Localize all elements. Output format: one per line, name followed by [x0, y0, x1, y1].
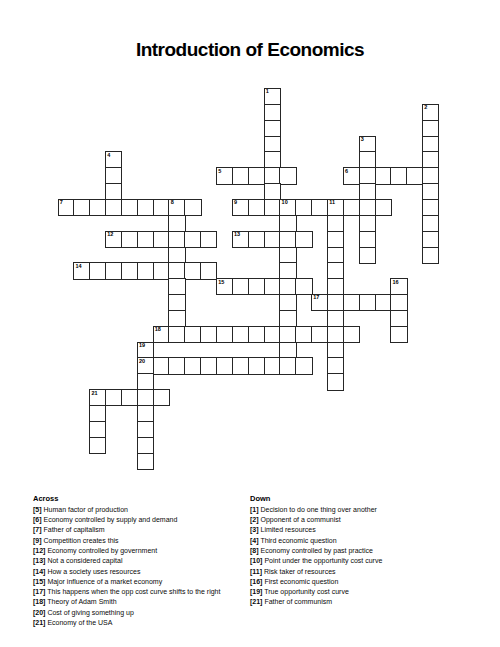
clue-item-across-13: [13] Not a considered capital: [33, 556, 220, 566]
clue-item-down-10: [10] Point under the opportunity cost cu…: [250, 556, 382, 566]
crossword-cell[interactable]: 16: [390, 278, 407, 295]
clue-item-down-2: [2] Opponent of a communist: [250, 515, 382, 525]
crossword-cell[interactable]: [422, 136, 439, 153]
crossword-cell[interactable]: 9: [232, 199, 249, 216]
clue-number: [16]: [250, 578, 262, 585]
crossword-cell[interactable]: [153, 357, 170, 374]
clue-item-across-21: [21] Economy of the USA: [33, 618, 220, 628]
clue-number: [3]: [250, 526, 259, 533]
crossword-cell[interactable]: [168, 310, 185, 327]
crossword-cell[interactable]: [184, 231, 201, 248]
crossword-cell[interactable]: 2: [422, 104, 439, 121]
clue-number: [21]: [250, 598, 262, 605]
crossword-cell[interactable]: [359, 167, 376, 184]
clue-number: [19]: [250, 588, 262, 595]
cell-number: 5: [218, 169, 221, 175]
clue-number: [9]: [33, 537, 42, 544]
crossword-cell[interactable]: [422, 120, 439, 137]
crossword-cell[interactable]: [248, 167, 265, 184]
crossword-cell[interactable]: [232, 357, 249, 374]
cell-number: 15: [218, 280, 224, 286]
crossword-cell[interactable]: [422, 167, 439, 184]
crossword-cell[interactable]: [200, 262, 217, 279]
clues-across-section: Across [5] Human factor of production[6]…: [33, 494, 220, 628]
down-clue-list: [1] Decision to do one thing over anothe…: [250, 505, 382, 608]
crossword-cell[interactable]: [168, 231, 185, 248]
clue-item-down-19: [19] True opportunity cost curve: [250, 587, 382, 597]
crossword-cell[interactable]: [279, 326, 296, 343]
crossword-cell[interactable]: [105, 199, 122, 216]
cell-number: 16: [393, 280, 399, 286]
crossword-cell[interactable]: [359, 215, 376, 232]
crossword-cell[interactable]: [279, 231, 296, 248]
across-header: Across: [33, 494, 220, 504]
crossword-cell[interactable]: [295, 357, 312, 374]
crossword-cell[interactable]: [137, 262, 154, 279]
cell-number: 9: [234, 200, 237, 206]
crossword-cell[interactable]: [105, 183, 122, 200]
crossword-cell[interactable]: [327, 294, 344, 311]
cell-number: 6: [345, 169, 348, 175]
crossword-cell[interactable]: [89, 421, 106, 438]
crossword-cell[interactable]: [422, 183, 439, 200]
crossword-cell[interactable]: [327, 215, 344, 232]
crossword-cell[interactable]: [264, 104, 281, 121]
crossword-cell[interactable]: 12: [105, 231, 122, 248]
crossword-cell[interactable]: [279, 294, 296, 311]
clue-item-across-6: [6] Economy controlled by supply and dem…: [33, 515, 220, 525]
crossword-cell[interactable]: [375, 167, 392, 184]
crossword-cell[interactable]: [264, 183, 281, 200]
cell-number: 7: [60, 200, 63, 206]
clue-number: [21]: [33, 619, 45, 626]
clues-down-section: Down [1] Decision to do one thing over a…: [250, 494, 382, 608]
crossword-cell[interactable]: [327, 342, 344, 359]
crossword-cell[interactable]: [359, 183, 376, 200]
crossword-cell[interactable]: [327, 373, 344, 390]
crossword-cell[interactable]: [375, 294, 392, 311]
clue-item-across-12: [12] Economy controlled by government: [33, 546, 220, 556]
crossword-cell[interactable]: [390, 326, 407, 343]
crossword-cell[interactable]: [311, 199, 328, 216]
clue-number: [10]: [250, 557, 262, 564]
clue-number: [15]: [33, 578, 45, 585]
crossword-cell[interactable]: [200, 357, 217, 374]
across-clue-list: [5] Human factor of production[6] Econom…: [33, 505, 220, 629]
crossword-cell[interactable]: [375, 199, 392, 216]
crossword-cell[interactable]: 8: [168, 199, 185, 216]
crossword-cell[interactable]: [279, 262, 296, 279]
cell-number: 20: [139, 359, 145, 365]
crossword-cell[interactable]: [422, 199, 439, 216]
cell-number: 2: [424, 105, 427, 111]
crossword-cell[interactable]: [121, 199, 138, 216]
cell-number: 19: [139, 343, 145, 349]
crossword-cell[interactable]: [295, 231, 312, 248]
crossword-cell[interactable]: [359, 294, 376, 311]
crossword-cell[interactable]: [168, 262, 185, 279]
clue-number: [4]: [250, 537, 259, 544]
crossword-cell[interactable]: [295, 199, 312, 216]
crossword-cell[interactable]: [248, 278, 265, 295]
clue-item-down-21: [21] Father of communism: [250, 597, 382, 607]
clue-item-across-20: [20] Cost of giving something up: [33, 608, 220, 618]
crossword-cell[interactable]: [390, 167, 407, 184]
crossword-cell[interactable]: [89, 437, 106, 454]
crossword-cell[interactable]: [327, 247, 344, 264]
crossword-cell[interactable]: 13: [232, 231, 249, 248]
crossword-cell[interactable]: [105, 389, 122, 406]
clue-number: [1]: [250, 506, 259, 513]
crossword-cell[interactable]: [359, 151, 376, 168]
crossword-cell[interactable]: [295, 326, 312, 343]
clue-number: [7]: [33, 526, 42, 533]
crossword-cell[interactable]: [184, 199, 201, 216]
crossword-cell[interactable]: [264, 357, 281, 374]
page-title: Introduction of Economics: [0, 40, 500, 59]
clue-item-across-5: [5] Human factor of production: [33, 505, 220, 515]
crossword-cell[interactable]: [327, 326, 344, 343]
crossword-cell[interactable]: [343, 326, 360, 343]
crossword-cell[interactable]: [422, 231, 439, 248]
cell-number: 3: [361, 137, 364, 143]
crossword-cell[interactable]: [264, 120, 281, 137]
crossword-cell[interactable]: [168, 357, 185, 374]
clue-item-across-18: [18] Theory of Adam Smith: [33, 597, 220, 607]
cell-number: 13: [234, 232, 240, 238]
crossword-cell[interactable]: [216, 326, 233, 343]
crossword-cell[interactable]: [137, 373, 154, 390]
clue-item-down-8: [8] Economy controlled by past practice: [250, 546, 382, 556]
crossword-cell[interactable]: [248, 231, 265, 248]
crossword-cell[interactable]: [153, 389, 170, 406]
crossword-cell[interactable]: [359, 231, 376, 248]
clue-item-across-14: [14] How a society uses resources: [33, 567, 220, 577]
crossword-cell[interactable]: 21: [89, 389, 106, 406]
clue-item-down-16: [16] First economic question: [250, 577, 382, 587]
crossword-cell[interactable]: [121, 389, 138, 406]
clue-number: [18]: [33, 598, 45, 605]
crossword-cell[interactable]: [153, 231, 170, 248]
cell-number: 10: [282, 200, 288, 206]
crossword-cell[interactable]: [184, 326, 201, 343]
crossword-cell[interactable]: [248, 357, 265, 374]
crossword-cell[interactable]: 3: [359, 136, 376, 153]
clue-number: [12]: [33, 547, 45, 554]
crossword-cell[interactable]: [390, 294, 407, 311]
crossword-cell[interactable]: 5: [216, 167, 233, 184]
crossword-cell[interactable]: [137, 389, 154, 406]
crossword-cell[interactable]: [248, 326, 265, 343]
crossword-cell[interactable]: [121, 231, 138, 248]
crossword-cell[interactable]: [343, 294, 360, 311]
crossword-cell[interactable]: [279, 247, 296, 264]
cell-number: 11: [329, 200, 335, 206]
crossword-cell[interactable]: [264, 231, 281, 248]
crossword-cell[interactable]: [105, 167, 122, 184]
crossword-cell[interactable]: [168, 294, 185, 311]
crossword-cell[interactable]: 7: [58, 199, 75, 216]
clue-number: [13]: [33, 557, 45, 564]
clue-number: [6]: [33, 516, 42, 523]
crossword-cell[interactable]: 17: [311, 294, 328, 311]
crossword-cell[interactable]: 18: [153, 326, 170, 343]
cell-number: 18: [155, 327, 161, 333]
crossword-cell[interactable]: [89, 199, 106, 216]
crossword-cell[interactable]: [137, 231, 154, 248]
cell-number: 1: [266, 89, 269, 95]
crossword-cell[interactable]: [153, 262, 170, 279]
crossword-cell[interactable]: [327, 278, 344, 295]
crossword-cell[interactable]: [264, 278, 281, 295]
crossword-cell[interactable]: [168, 215, 185, 232]
crossword-cell[interactable]: [327, 231, 344, 248]
crossword-cell[interactable]: [200, 326, 217, 343]
crossword-cell[interactable]: [168, 247, 185, 264]
crossword-cell[interactable]: [311, 326, 328, 343]
crossword-grid: 123456789101112131415161718192021: [58, 88, 440, 470]
crossword-cell[interactable]: [184, 262, 201, 279]
crossword-cell[interactable]: [153, 199, 170, 216]
clue-item-across-17: [17] This happens when the opp cost curv…: [33, 587, 220, 597]
crossword-cell[interactable]: 6: [343, 167, 360, 184]
crossword-cell[interactable]: [137, 199, 154, 216]
crossword-cell[interactable]: [264, 151, 281, 168]
crossword-cell[interactable]: [121, 262, 138, 279]
crossword-cell[interactable]: [327, 310, 344, 327]
crossword-cell[interactable]: [232, 167, 249, 184]
crossword-cell[interactable]: [327, 262, 344, 279]
cell-number: 14: [76, 264, 82, 270]
crossword-cell[interactable]: 10: [279, 199, 296, 216]
cell-number: 12: [107, 232, 113, 238]
clue-number: [11]: [250, 568, 262, 575]
crossword-cell[interactable]: [406, 167, 423, 184]
crossword-cell[interactable]: [343, 199, 360, 216]
crossword-cell[interactable]: [168, 278, 185, 295]
crossword-cell[interactable]: [137, 405, 154, 422]
crossword-cell[interactable]: [264, 199, 281, 216]
crossword-cell[interactable]: [279, 342, 296, 359]
clue-item-down-11: [11] Risk taker of resources: [250, 567, 382, 577]
clue-item-down-3: [3] Limited resources: [250, 525, 382, 535]
crossword-cell[interactable]: [279, 357, 296, 374]
crossword-cell[interactable]: 4: [105, 151, 122, 168]
crossword-cell[interactable]: [264, 136, 281, 153]
crossword-cell[interactable]: [248, 199, 265, 216]
crossword-cell[interactable]: [105, 262, 122, 279]
clue-item-across-15: [15] Major influence of a market economy: [33, 577, 220, 587]
clue-number: [20]: [33, 609, 45, 616]
clue-number: [14]: [33, 568, 45, 575]
clue-number: [8]: [250, 547, 259, 554]
crossword-cell[interactable]: [137, 437, 154, 454]
down-header: Down: [250, 494, 382, 504]
crossword-cell[interactable]: [184, 357, 201, 374]
crossword-cell[interactable]: [279, 215, 296, 232]
crossword-cell[interactable]: [422, 247, 439, 264]
clue-number: [5]: [33, 506, 42, 513]
crossword-cell[interactable]: [73, 199, 90, 216]
cell-number: 21: [91, 391, 97, 397]
crossword-cell[interactable]: [264, 326, 281, 343]
crossword-cell[interactable]: [168, 326, 185, 343]
crossword-cell[interactable]: [279, 310, 296, 327]
crossword-cell[interactable]: [390, 310, 407, 327]
crossword-cell[interactable]: [232, 278, 249, 295]
crossword-cell[interactable]: [200, 231, 217, 248]
crossword-cell[interactable]: [279, 278, 296, 295]
crossword-cell[interactable]: [279, 167, 296, 184]
cell-number: 4: [107, 153, 110, 159]
crossword-cell[interactable]: [359, 247, 376, 264]
crossword-cell[interactable]: 11: [327, 199, 344, 216]
clue-number: [2]: [250, 516, 259, 523]
cell-number: 17: [313, 295, 319, 301]
clue-item-across-9: [9] Competition creates this: [33, 536, 220, 546]
crossword-cell[interactable]: 20: [137, 357, 154, 374]
crossword-cell[interactable]: [232, 326, 249, 343]
crossword-cell[interactable]: [422, 215, 439, 232]
clue-item-across-7: [7] Father of capitalism: [33, 525, 220, 535]
cell-number: 8: [171, 200, 174, 206]
crossword-cell[interactable]: [422, 151, 439, 168]
crossword-cell[interactable]: [216, 357, 233, 374]
crossword-cell[interactable]: [295, 278, 312, 295]
crossword-cell[interactable]: [89, 405, 106, 422]
crossword-cell[interactable]: [89, 262, 106, 279]
crossword-cell[interactable]: 15: [216, 278, 233, 295]
crossword-cell[interactable]: 1: [264, 88, 281, 105]
crossword-cell[interactable]: [264, 167, 281, 184]
clue-item-down-1: [1] Decision to do one thing over anothe…: [250, 505, 382, 515]
clue-number: [17]: [33, 588, 45, 595]
crossword-cell[interactable]: [327, 357, 344, 374]
crossword-cell[interactable]: [137, 421, 154, 438]
crossword-cell[interactable]: [137, 453, 154, 470]
clue-item-down-4: [4] Third economic question: [250, 536, 382, 546]
crossword-cell[interactable]: 14: [73, 262, 90, 279]
crossword-cell[interactable]: [359, 199, 376, 216]
crossword-cell[interactable]: 19: [137, 342, 154, 359]
